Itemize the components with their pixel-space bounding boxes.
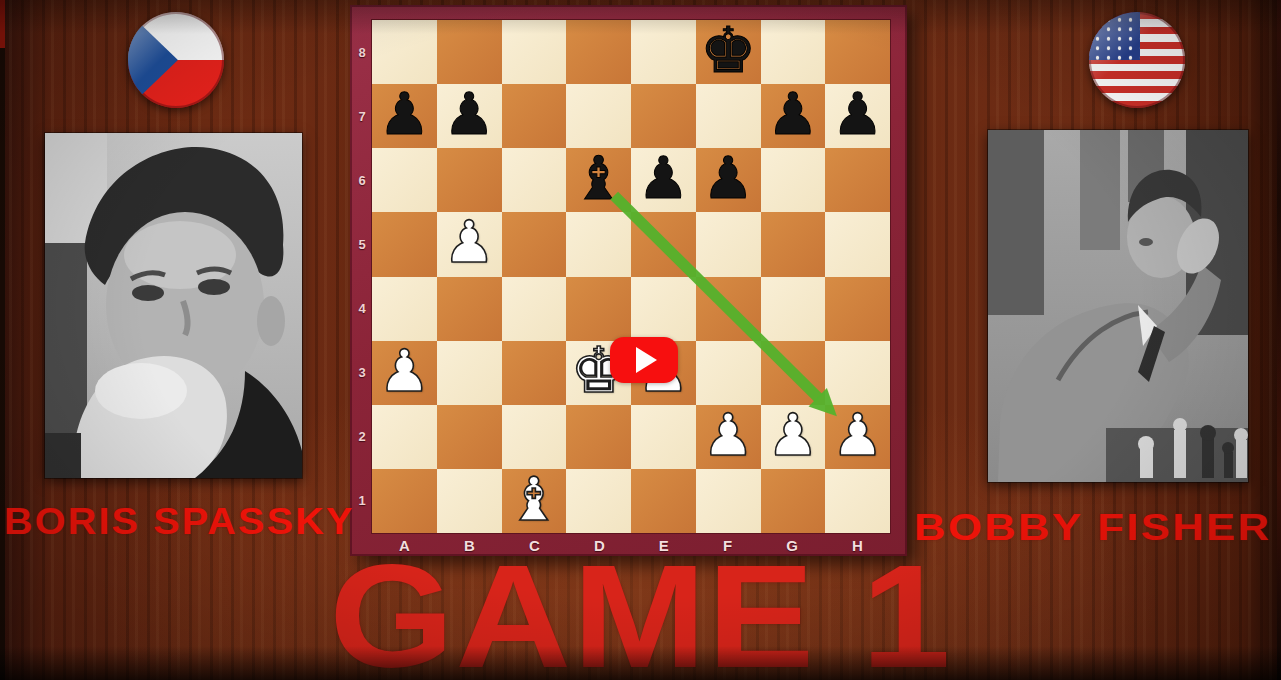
rank-label: 5 [358, 237, 365, 252]
square-g3 [761, 341, 826, 405]
square-h2: ♟ [825, 405, 890, 469]
square-a5 [372, 212, 437, 276]
square-h7: ♟ [825, 84, 890, 148]
square-c1: ♝ [502, 469, 567, 533]
spassky-portrait-photo [45, 133, 302, 478]
square-c2 [502, 405, 567, 469]
square-a7: ♟ [372, 84, 437, 148]
white-pawn: ♟ [767, 406, 819, 464]
square-a8 [372, 20, 437, 84]
square-h1 [825, 469, 890, 533]
rank-label: 1 [358, 493, 365, 508]
white-pawn: ♟ [832, 406, 884, 464]
game-title: GAME 1 [0, 553, 1281, 680]
rank-label: 2 [358, 429, 365, 444]
square-b8 [437, 20, 502, 84]
rank-label: 6 [358, 173, 365, 188]
white-pawn: ♟ [378, 342, 430, 400]
square-f1 [696, 469, 761, 533]
square-c6 [502, 148, 567, 212]
square-h3 [825, 341, 890, 405]
square-f2: ♟ [696, 405, 761, 469]
square-g2: ♟ [761, 405, 826, 469]
rank-label: 7 [358, 109, 365, 124]
player-name-left: BORIS SPASSKY [4, 503, 354, 540]
square-d5 [566, 212, 631, 276]
square-e7 [631, 84, 696, 148]
square-d8 [566, 20, 631, 84]
square-g4 [761, 277, 826, 341]
square-a4 [372, 277, 437, 341]
square-d6: ♝ [566, 148, 631, 212]
square-d1 [566, 469, 631, 533]
square-d4 [566, 277, 631, 341]
black-pawn: ♟ [702, 149, 754, 207]
player-name-right: BOBBY FISHER [914, 509, 1271, 546]
square-c8 [502, 20, 567, 84]
video-thumbnail: 87654321 ♚♟♟♟♟♝♟♟♟♟♚♟♟♟♟♝ ABCDEFGH BORIS… [0, 0, 1281, 680]
square-f6: ♟ [696, 148, 761, 212]
square-g5 [761, 212, 826, 276]
play-triangle-icon [636, 347, 657, 373]
youtube-play-button[interactable] [610, 337, 678, 383]
usa-flag-icon [1089, 12, 1185, 108]
square-h6 [825, 148, 890, 212]
square-g1 [761, 469, 826, 533]
square-d7 [566, 84, 631, 148]
rank-label: 4 [358, 301, 365, 316]
square-f7 [696, 84, 761, 148]
black-pawn: ♟ [767, 85, 819, 143]
square-a6 [372, 148, 437, 212]
square-c7 [502, 84, 567, 148]
square-f3 [696, 341, 761, 405]
rank-label: 3 [358, 365, 365, 380]
white-pawn: ♟ [702, 406, 754, 464]
square-g7: ♟ [761, 84, 826, 148]
czechoslovakia-flag-icon [128, 12, 224, 108]
white-bishop: ♝ [507, 469, 561, 529]
black-king: ♚ [700, 19, 756, 82]
square-b2 [437, 405, 502, 469]
square-b5: ♟ [437, 212, 502, 276]
square-e5 [631, 212, 696, 276]
board-squares: ♚♟♟♟♟♝♟♟♟♟♚♟♟♟♟♝ [372, 20, 890, 533]
square-f5 [696, 212, 761, 276]
square-c4 [502, 277, 567, 341]
square-b7: ♟ [437, 84, 502, 148]
square-f4 [696, 277, 761, 341]
square-d2 [566, 405, 631, 469]
fischer-portrait-photo [988, 130, 1248, 482]
rank-labels: 87654321 [353, 20, 371, 533]
black-pawn: ♟ [637, 149, 689, 207]
square-h5 [825, 212, 890, 276]
square-e6: ♟ [631, 148, 696, 212]
square-c5 [502, 212, 567, 276]
chess-board: 87654321 ♚♟♟♟♟♝♟♟♟♟♚♟♟♟♟♝ ABCDEFGH [350, 5, 907, 556]
square-g8 [761, 20, 826, 84]
black-pawn: ♟ [443, 85, 495, 143]
square-b6 [437, 148, 502, 212]
black-bishop: ♝ [572, 148, 626, 208]
square-e1 [631, 469, 696, 533]
square-b3 [437, 341, 502, 405]
square-f8: ♚ [696, 20, 761, 84]
square-h8 [825, 20, 890, 84]
square-g6 [761, 148, 826, 212]
square-b1 [437, 469, 502, 533]
square-a1 [372, 469, 437, 533]
black-pawn: ♟ [832, 85, 884, 143]
square-a2 [372, 405, 437, 469]
square-b4 [437, 277, 502, 341]
white-pawn: ♟ [443, 213, 495, 271]
square-e4 [631, 277, 696, 341]
square-a3: ♟ [372, 341, 437, 405]
square-e8 [631, 20, 696, 84]
square-h4 [825, 277, 890, 341]
rank-label: 8 [358, 45, 365, 60]
square-c3 [502, 341, 567, 405]
square-e2 [631, 405, 696, 469]
black-pawn: ♟ [378, 85, 430, 143]
